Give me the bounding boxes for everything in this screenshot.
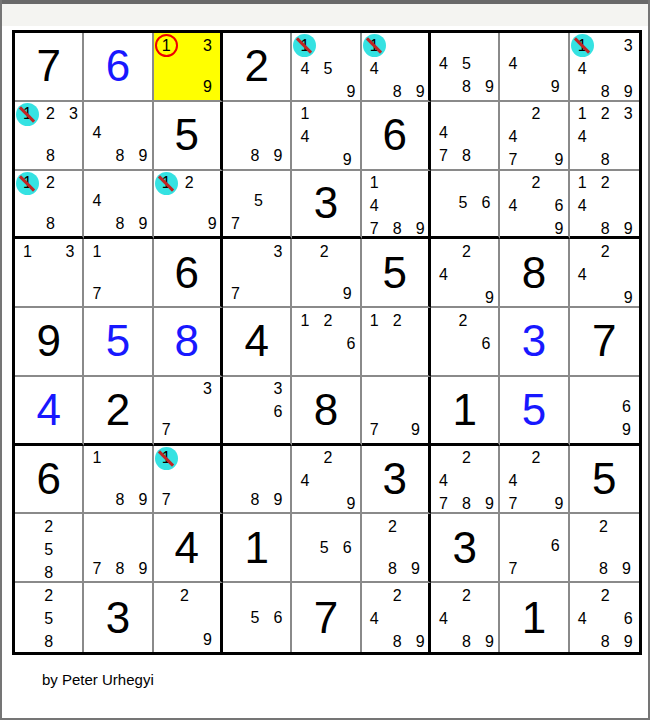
cell-r2c7[interactable]: 478 [431, 102, 500, 171]
cell-r3c6[interactable]: 14789 [362, 171, 431, 240]
candidate-slot-3 [474, 172, 497, 192]
candidate-slot-3 [409, 172, 432, 195]
candidate-3: 3 [196, 378, 219, 401]
candidate-slot-6 [617, 195, 640, 218]
cell-r6c3[interactable]: 37 [154, 377, 223, 446]
candidate-slot-9: 9 [617, 630, 640, 653]
cell-value: 9 [36, 319, 60, 363]
candidate-slot-3 [474, 309, 497, 332]
candidate-6: 6 [544, 534, 567, 557]
cell-r7c6[interactable]: 3 [362, 446, 431, 515]
candidate-slot-6 [270, 189, 289, 212]
cell-r9c9[interactable]: 24689 [570, 583, 639, 652]
cell-r4c3[interactable]: 6 [154, 239, 223, 308]
cell-r5c8[interactable]: 3 [500, 308, 569, 377]
candidate-slot-6 [198, 470, 219, 489]
candidate-4: 4 [571, 607, 594, 630]
candidate-6: 6 [617, 607, 640, 630]
candidate-4: 4 [501, 53, 524, 76]
candidate-slot-9 [474, 215, 497, 235]
cell-r3c3[interactable]: 129 [154, 171, 223, 240]
candidate-slot-1: 1 [571, 34, 594, 57]
candidate-slot-8 [524, 76, 543, 99]
candidate-slot-5 [594, 126, 617, 149]
cell-value: 8 [314, 388, 338, 432]
candidate-slot-3 [266, 103, 289, 124]
candidate-grid: 289 [571, 515, 638, 580]
candidate-9: 9 [617, 286, 640, 309]
cell-r8c1[interactable]: 258 [15, 514, 84, 583]
candidate-slot-1 [85, 515, 108, 536]
cell-r4c1[interactable]: 13 [15, 239, 84, 308]
cell-r1c7[interactable]: 4589 [431, 33, 500, 102]
candidate-slot-2: 2 [455, 447, 478, 470]
candidate-slot-1: 1 [293, 309, 316, 332]
cell-r4c2[interactable]: 17 [84, 239, 153, 308]
candidate-slot-7 [363, 630, 386, 653]
candidate-2: 2 [451, 309, 474, 332]
candidate-slot-5 [594, 57, 617, 80]
candidate-slot-8 [316, 493, 339, 516]
candidate-slot-2 [313, 515, 336, 536]
cell-r3c9[interactable]: 12489 [570, 171, 639, 240]
candidate-grid: 14789 [363, 172, 427, 236]
candidate-slot-1 [571, 378, 593, 396]
candidate-slot-9 [339, 355, 362, 374]
cell-r7c3[interactable]: 17 [154, 446, 223, 515]
candidate-slot-8 [178, 488, 199, 511]
candidate-slot-4: 4 [571, 607, 594, 630]
cell-r3c8[interactable]: 2469 [500, 171, 569, 240]
candidate-7: 7 [432, 145, 455, 168]
candidate-slot-4: 4 [363, 195, 386, 218]
candidate-slot-6 [60, 607, 81, 630]
cell-value: 5 [175, 113, 199, 157]
candidate-slot-1 [224, 584, 243, 606]
candidate-2: 2 [316, 309, 339, 332]
candidate-grid: 2489 [432, 584, 497, 651]
candidate-slot-5 [178, 470, 199, 489]
cell-r6c6[interactable]: 79 [362, 377, 431, 446]
candidate-slot-1: 1 [363, 309, 386, 332]
candidate-slot-7 [155, 212, 178, 235]
candidate-slot-1: 1 [16, 103, 39, 126]
candidate-9: 9 [336, 282, 359, 305]
candidate-5: 5 [451, 192, 474, 215]
candidate-8: 8 [108, 212, 131, 235]
eliminated-candidate-1: 1 [16, 103, 39, 126]
candidate-slot-2 [245, 378, 266, 401]
candidate-7: 7 [155, 419, 178, 442]
candidate-4: 4 [85, 122, 108, 145]
candidate-slot-5 [316, 126, 335, 149]
cell-r1c9[interactable]: 13489 [570, 33, 639, 102]
cell-r1c3[interactable]: 139 [154, 33, 223, 102]
cell-r6c5[interactable]: 8 [292, 377, 361, 446]
candidate-9: 9 [617, 80, 640, 103]
candidate-slot-2 [386, 34, 409, 57]
eliminated-candidate-1: 1 [155, 447, 178, 470]
cell-r4c4[interactable]: 37 [223, 239, 292, 308]
cell-value: 5 [106, 319, 130, 363]
cell-r7c5[interactable]: 249 [292, 446, 361, 515]
candidate-slot-8: 8 [594, 630, 617, 653]
cell-value: 3 [106, 596, 130, 640]
candidate-4: 4 [432, 53, 455, 76]
candidate-slot-5 [178, 57, 196, 76]
candidate-slot-9 [266, 424, 289, 442]
candidate-slot-1 [224, 240, 247, 263]
candidate-grid: 4589 [432, 34, 497, 99]
red-slash-icon [158, 175, 174, 191]
cell-value: 8 [175, 319, 199, 363]
candidate-slot-4 [155, 57, 178, 76]
cell-r3c5[interactable]: 3 [292, 171, 361, 240]
candidate-slot-9: 9 [615, 557, 638, 580]
cell-r2c3[interactable]: 5 [154, 102, 223, 171]
cell-value: 1 [452, 388, 476, 432]
cell-r6c4[interactable]: 36 [223, 377, 292, 446]
candidate-slot-2: 2 [39, 172, 62, 195]
cell-r2c5[interactable]: 149 [292, 102, 361, 171]
candidate-slot-9: 9 [201, 212, 224, 235]
candidate-grid: 29 [293, 240, 358, 305]
candidate-grid: 489 [85, 172, 150, 236]
candidate-slot-7 [293, 559, 312, 580]
candidate-slot-7: 7 [501, 493, 524, 516]
cell-r4c9[interactable]: 249 [570, 239, 639, 308]
candidate-8: 8 [386, 80, 409, 103]
cell-r7c8[interactable]: 2479 [500, 446, 569, 515]
cell-r2c2[interactable]: 489 [84, 102, 153, 171]
candidate-slot-2 [247, 240, 266, 263]
candidate-slot-8 [108, 282, 129, 305]
candidate-slot-4 [501, 534, 524, 557]
candidate-3: 3 [266, 378, 289, 401]
candidate-slot-8: 8 [39, 145, 62, 168]
candidate-4: 4 [293, 126, 316, 149]
cell-r5c4[interactable]: 4 [223, 308, 292, 377]
cell-r3c2[interactable]: 489 [84, 171, 153, 240]
cell-r8c8[interactable]: 67 [500, 514, 569, 583]
cell-r9c3[interactable]: 29 [154, 583, 223, 652]
candidate-slot-2 [108, 103, 131, 122]
cell-r6c8[interactable]: 5 [500, 377, 569, 446]
candidate-slot-2 [451, 172, 474, 192]
candidate-slot-6 [409, 607, 432, 630]
cell-r5c7[interactable]: 26 [431, 308, 500, 377]
candidate-slot-3: 3 [58, 240, 81, 263]
candidate-slot-2: 2 [592, 515, 615, 538]
candidate-slot-9: 9 [409, 218, 432, 241]
candidate-slot-3: 3 [617, 103, 640, 126]
candidate-slot-9: 9 [266, 488, 289, 511]
candidate-slot-6 [196, 401, 219, 419]
cell-r5c9[interactable]: 7 [570, 308, 639, 377]
candidate-slot-1: 1 [16, 172, 39, 195]
candidate-grid: 13 [16, 240, 81, 305]
candidate-slot-3: 3 [62, 103, 85, 126]
candidate-slot-7: 7 [432, 493, 455, 516]
candidate-slot-5 [455, 263, 478, 286]
candidate-slot-5 [593, 396, 615, 419]
cell-r8c9[interactable]: 289 [570, 514, 639, 583]
candidate-slot-9: 9 [196, 628, 219, 651]
cell-r5c5[interactable]: 126 [292, 308, 361, 377]
candidate-slot-2 [455, 103, 478, 122]
candidate-slot-9 [62, 145, 85, 168]
candidate-slot-1 [501, 103, 524, 126]
candidate-2: 2 [594, 240, 617, 263]
candidate-slot-1 [432, 172, 451, 192]
candidate-slot-8 [243, 629, 266, 651]
candidate-slot-4 [85, 470, 108, 489]
candidate-8: 8 [39, 212, 62, 235]
eliminated-candidate-1: 1 [363, 34, 386, 57]
candidate-slot-9 [266, 629, 289, 651]
candidate-5: 5 [313, 536, 336, 559]
candidate-slot-4 [432, 192, 451, 215]
candidate-slot-5 [108, 122, 131, 145]
candidate-8: 8 [455, 145, 478, 168]
cell-r1c8[interactable]: 49 [500, 33, 569, 102]
cell-r8c2[interactable]: 789 [84, 514, 153, 583]
candidate-slot-7 [293, 80, 316, 103]
candidate-slot-9: 9 [336, 282, 359, 305]
candidate-4: 4 [571, 126, 594, 149]
candidate-slot-7 [501, 76, 524, 99]
candidate-slot-8 [593, 419, 615, 442]
candidate-slot-7 [293, 493, 316, 516]
candidate-grid: 1459 [293, 34, 358, 99]
candidate-7: 7 [363, 419, 386, 442]
cell-r6c7[interactable]: 1 [431, 377, 500, 446]
candidate-slot-9: 9 [131, 212, 154, 235]
cell-value: 3 [452, 526, 476, 570]
candidate-slot-1 [85, 172, 108, 190]
cell-r4c6[interactable]: 5 [362, 239, 431, 308]
candidate-slot-4 [224, 401, 245, 424]
candidate-slot-1 [16, 584, 37, 607]
candidate-4: 4 [571, 57, 594, 80]
candidate-slot-3 [409, 584, 432, 607]
candidate-slot-8 [386, 419, 404, 442]
candidate-slot-6 [266, 468, 289, 489]
candidate-9: 9 [547, 149, 570, 172]
cell-r7c9[interactable]: 5 [570, 446, 639, 515]
cell-r9c1[interactable]: 258 [15, 583, 84, 652]
cell-r1c4[interactable]: 2 [223, 33, 292, 102]
candidate-slot-7 [432, 355, 451, 374]
candidate-slot-4 [85, 263, 108, 282]
candidate-slot-5 [381, 538, 404, 557]
candidate-slot-4 [16, 195, 39, 213]
candidate-slot-9 [60, 561, 81, 584]
candidate-slot-6 [336, 263, 359, 282]
candidate-slot-6 [409, 57, 432, 80]
cell-r6c1[interactable]: 4 [15, 377, 84, 446]
candidate-slot-1: 1 [363, 34, 386, 57]
candidate-5: 5 [37, 607, 60, 630]
candidate-slot-1 [432, 240, 455, 263]
cell-r8c3[interactable]: 4 [154, 514, 223, 583]
candidate-4: 4 [571, 195, 594, 218]
cell-r2c6[interactable]: 6 [362, 102, 431, 171]
candidate-slot-6 [617, 57, 640, 80]
candidate-8: 8 [592, 557, 615, 580]
candidate-slot-3 [336, 240, 359, 263]
candidate-3: 3 [62, 103, 85, 126]
candidate-slot-9: 9 [409, 630, 432, 653]
candidate-slot-3 [404, 515, 427, 538]
candidate-slot-1 [363, 515, 381, 538]
candidate-slot-3 [617, 172, 640, 195]
cell-r2c9[interactable]: 12348 [570, 102, 639, 171]
candidate-slot-7 [16, 561, 37, 584]
cell-r8c7[interactable]: 3 [431, 514, 500, 583]
candidate-slot-7 [293, 355, 316, 374]
candidate-grid: 69 [571, 378, 638, 442]
candidate-slot-4 [224, 606, 243, 629]
candidate-slot-5 [455, 122, 478, 145]
candidate-slot-8: 8 [455, 76, 478, 99]
candidate-8: 8 [37, 561, 60, 584]
cell-r6c9[interactable]: 69 [570, 377, 639, 446]
cell-r9c2[interactable]: 3 [84, 583, 153, 652]
cell-r4c5[interactable]: 29 [292, 239, 361, 308]
candidate-2: 2 [455, 584, 478, 607]
cell-r3c4[interactable]: 57 [223, 171, 292, 240]
cell-value: 6 [383, 113, 407, 157]
cell-r1c1[interactable]: 7 [15, 33, 84, 102]
candidate-slot-4 [155, 470, 178, 489]
candidate-slot-6 [617, 263, 640, 286]
candidate-8: 8 [455, 630, 478, 653]
cell-r2c1[interactable]: 1238 [15, 102, 84, 171]
candidate-slot-5 [451, 332, 474, 355]
cell-r1c6[interactable]: 1489 [362, 33, 431, 102]
cell-r6c2[interactable]: 2 [84, 377, 153, 446]
candidate-slot-8: 8 [39, 212, 62, 235]
cell-r1c2[interactable]: 6 [84, 33, 153, 102]
cell-r2c4[interactable]: 89 [223, 102, 292, 171]
candidate-slot-9: 9 [617, 80, 640, 103]
candidate-slot-7 [224, 145, 243, 168]
cell-value: 2 [106, 388, 130, 432]
candidate-slot-1 [432, 34, 455, 53]
candidate-slot-3 [547, 103, 570, 126]
candidate-slot-7 [571, 630, 594, 653]
cell-r8c6[interactable]: 289 [362, 514, 431, 583]
cell-r7c1[interactable]: 6 [15, 446, 84, 515]
candidate-grid: 126 [293, 309, 358, 374]
candidate-slot-3 [478, 240, 501, 263]
author-credit: by Peter Urhegyi [42, 671, 154, 688]
cell-r7c2[interactable]: 189 [84, 446, 153, 515]
candidate-slot-3 [544, 34, 567, 53]
cell-r4c7[interactable]: 249 [431, 239, 500, 308]
candidate-slot-7 [501, 218, 524, 241]
candidate-slot-5 [455, 607, 478, 630]
cell-r9c7[interactable]: 2489 [431, 583, 500, 652]
candidate-slot-4: 4 [432, 53, 455, 76]
candidate-slot-9: 9 [404, 557, 427, 580]
candidate-slot-2 [594, 34, 617, 57]
candidate-6: 6 [336, 536, 359, 559]
cell-r3c1[interactable]: 128 [15, 171, 84, 240]
candidate-slot-5 [524, 53, 543, 76]
candidate-slot-6: 6 [474, 192, 497, 215]
cell-r3c7[interactable]: 56 [431, 171, 500, 240]
candidate-slot-1 [571, 584, 594, 607]
candidate-slot-9: 9 [409, 80, 432, 103]
candidate-slot-8: 8 [108, 557, 131, 580]
cell-r4c8[interactable]: 8 [500, 239, 569, 308]
cell-r9c5[interactable]: 7 [292, 583, 361, 652]
candidate-slot-8: 8 [243, 488, 266, 511]
candidate-9: 9 [409, 630, 432, 653]
candidate-2: 2 [524, 447, 547, 470]
cell-value: 1 [522, 596, 546, 640]
cell-r1c5[interactable]: 1459 [292, 33, 361, 102]
candidate-5: 5 [316, 57, 339, 80]
candidate-slot-8 [524, 149, 547, 172]
sudoku-board: 7613921459148945894913489123848958914964… [12, 30, 642, 655]
cell-r8c5[interactable]: 56 [292, 514, 361, 583]
candidate-slot-8: 8 [381, 557, 404, 580]
candidate-slot-4 [363, 332, 386, 353]
candidate-slot-7 [432, 215, 451, 235]
cell-r7c4[interactable]: 89 [223, 446, 292, 515]
candidate-slot-2 [178, 34, 196, 57]
cell-r9c4[interactable]: 56 [223, 583, 292, 652]
candidate-slot-9 [266, 282, 289, 305]
candidate-1: 1 [363, 309, 386, 332]
cell-value: 2 [244, 44, 268, 88]
cell-r9c6[interactable]: 2489 [362, 583, 431, 652]
cell-r7c7[interactable]: 24789 [431, 446, 500, 515]
candidate-slot-4: 4 [432, 122, 455, 145]
candidate-slot-7 [571, 149, 594, 172]
candidate-9: 9 [547, 493, 570, 516]
candidate-slot-7 [85, 212, 108, 235]
cell-r2c8[interactable]: 2479 [500, 102, 569, 171]
candidate-8: 8 [455, 76, 478, 99]
candidate-slot-9: 9 [478, 493, 501, 516]
cell-r5c1[interactable]: 9 [15, 308, 84, 377]
candidate-4: 4 [571, 263, 594, 286]
candidate-slot-5 [386, 607, 409, 630]
candidate-slot-3 [478, 584, 501, 607]
window-top-strip [2, 0, 648, 26]
candidate-slot-6: 6 [544, 534, 567, 557]
candidate-slot-4: 4 [293, 57, 316, 80]
candidate-slot-2: 2 [524, 172, 547, 195]
candidate-slot-9: 9 [266, 145, 289, 168]
cell-r5c2[interactable]: 5 [84, 308, 153, 377]
cell-value: 4 [36, 388, 60, 432]
cell-r5c3[interactable]: 8 [154, 308, 223, 377]
candidate-slot-4: 4 [501, 53, 524, 76]
candidate-slot-2 [108, 172, 131, 190]
candidate-2: 2 [381, 515, 404, 538]
cell-r5c6[interactable]: 12 [362, 308, 431, 377]
candidate-1: 1 [16, 240, 39, 263]
cell-r8c4[interactable]: 1 [223, 514, 292, 583]
candidate-slot-8 [247, 212, 270, 235]
candidate-slot-5 [594, 607, 617, 630]
cell-r9c8[interactable]: 1 [500, 583, 569, 652]
